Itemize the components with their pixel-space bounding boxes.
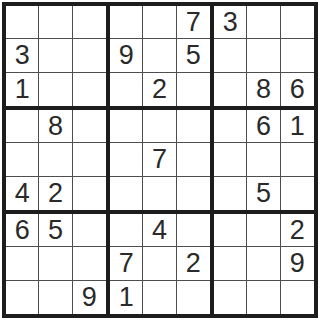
cell-r6c3-empty[interactable] (73, 177, 106, 210)
cell-r4c3-empty[interactable] (73, 110, 106, 143)
cell-r4c4-empty[interactable] (110, 110, 143, 143)
cell-r5c7-empty[interactable] (214, 143, 247, 176)
cell-r4c8-given-6[interactable]: 6 (247, 110, 280, 143)
cell-r9c8-empty[interactable] (247, 281, 280, 314)
cell-r3c2-empty[interactable] (39, 73, 72, 106)
sudoku-box-1: 31 (6, 6, 106, 106)
cell-r2c2-empty[interactable] (39, 39, 72, 72)
cell-r9c1-empty[interactable] (6, 281, 39, 314)
sudoku-box-8: 4721 (110, 214, 210, 314)
cell-r2c3-empty[interactable] (73, 39, 106, 72)
sudoku-page: 3179523868427615659472129 (0, 0, 320, 320)
cell-r9c3-given-9[interactable]: 9 (73, 281, 106, 314)
cell-r1c9-empty[interactable] (281, 6, 314, 39)
cell-r8c5-empty[interactable] (143, 247, 176, 280)
cell-r7c5-given-4[interactable]: 4 (143, 214, 176, 247)
cell-r4c5-empty[interactable] (143, 110, 176, 143)
sudoku-box-3: 386 (214, 6, 314, 106)
cell-r1c7-given-3[interactable]: 3 (214, 6, 247, 39)
cell-r1c5-empty[interactable] (143, 6, 176, 39)
cell-r6c1-given-4[interactable]: 4 (6, 177, 39, 210)
cell-r5c4-empty[interactable] (110, 143, 143, 176)
cell-r3c5-given-2[interactable]: 2 (143, 73, 176, 106)
cell-r6c2-given-2[interactable]: 2 (39, 177, 72, 210)
cell-r3c7-empty[interactable] (214, 73, 247, 106)
cell-r2c7-empty[interactable] (214, 39, 247, 72)
cell-r1c8-empty[interactable] (247, 6, 280, 39)
cell-r7c9-given-2[interactable]: 2 (281, 214, 314, 247)
cell-r4c6-empty[interactable] (177, 110, 210, 143)
cell-r1c6-given-7[interactable]: 7 (177, 6, 210, 39)
cell-r1c4-empty[interactable] (110, 6, 143, 39)
cell-r6c7-empty[interactable] (214, 177, 247, 210)
cell-r3c8-given-8[interactable]: 8 (247, 73, 280, 106)
cell-r7c8-empty[interactable] (247, 214, 280, 247)
cell-r5c1-empty[interactable] (6, 143, 39, 176)
cell-r2c9-empty[interactable] (281, 39, 314, 72)
cell-r8c8-empty[interactable] (247, 247, 280, 280)
cell-r3c6-empty[interactable] (177, 73, 210, 106)
cell-r7c6-empty[interactable] (177, 214, 210, 247)
cell-r1c2-empty[interactable] (39, 6, 72, 39)
cell-r7c2-given-5[interactable]: 5 (39, 214, 72, 247)
cell-r9c4-given-1[interactable]: 1 (110, 281, 143, 314)
cell-r8c7-empty[interactable] (214, 247, 247, 280)
sudoku-box-5: 7 (110, 110, 210, 210)
cell-r8c4-given-7[interactable]: 7 (110, 247, 143, 280)
cell-r4c9-given-1[interactable]: 1 (281, 110, 314, 143)
cell-r4c1-empty[interactable] (6, 110, 39, 143)
cell-r5c2-empty[interactable] (39, 143, 72, 176)
cell-r9c7-empty[interactable] (214, 281, 247, 314)
cell-r9c2-empty[interactable] (39, 281, 72, 314)
sudoku-board: 3179523868427615659472129 (2, 2, 318, 318)
cell-r2c4-given-9[interactable]: 9 (110, 39, 143, 72)
cell-r2c5-empty[interactable] (143, 39, 176, 72)
cell-r5c8-empty[interactable] (247, 143, 280, 176)
cell-r8c9-given-9[interactable]: 9 (281, 247, 314, 280)
cell-r6c4-empty[interactable] (110, 177, 143, 210)
cell-r5c3-empty[interactable] (73, 143, 106, 176)
sudoku-box-6: 615 (214, 110, 314, 210)
sudoku-box-9: 29 (214, 214, 314, 314)
cell-r6c9-empty[interactable] (281, 177, 314, 210)
sudoku-box-7: 659 (6, 214, 106, 314)
cell-r4c2-given-8[interactable]: 8 (39, 110, 72, 143)
cell-r7c7-empty[interactable] (214, 214, 247, 247)
cell-r7c4-empty[interactable] (110, 214, 143, 247)
cell-r3c1-given-1[interactable]: 1 (6, 73, 39, 106)
cell-r9c6-empty[interactable] (177, 281, 210, 314)
cell-r1c3-empty[interactable] (73, 6, 106, 39)
cell-r3c4-empty[interactable] (110, 73, 143, 106)
cell-r8c2-empty[interactable] (39, 247, 72, 280)
cell-r3c3-empty[interactable] (73, 73, 106, 106)
cell-r7c3-empty[interactable] (73, 214, 106, 247)
cell-r5c5-given-7[interactable]: 7 (143, 143, 176, 176)
cell-r4c7-empty[interactable] (214, 110, 247, 143)
cell-r8c1-empty[interactable] (6, 247, 39, 280)
cell-r3c9-given-6[interactable]: 6 (281, 73, 314, 106)
cell-r9c9-empty[interactable] (281, 281, 314, 314)
cell-r7c1-given-6[interactable]: 6 (6, 214, 39, 247)
cell-r6c5-empty[interactable] (143, 177, 176, 210)
cell-r2c8-empty[interactable] (247, 39, 280, 72)
cell-r5c6-empty[interactable] (177, 143, 210, 176)
cell-r8c6-given-2[interactable]: 2 (177, 247, 210, 280)
sudoku-box-2: 7952 (110, 6, 210, 106)
cell-r8c3-empty[interactable] (73, 247, 106, 280)
cell-r6c6-empty[interactable] (177, 177, 210, 210)
cell-r1c1-empty[interactable] (6, 6, 39, 39)
sudoku-box-4: 842 (6, 110, 106, 210)
cell-r5c9-empty[interactable] (281, 143, 314, 176)
cell-r2c6-given-5[interactable]: 5 (177, 39, 210, 72)
cell-r2c1-given-3[interactable]: 3 (6, 39, 39, 72)
cell-r9c5-empty[interactable] (143, 281, 176, 314)
cell-r6c8-given-5[interactable]: 5 (247, 177, 280, 210)
